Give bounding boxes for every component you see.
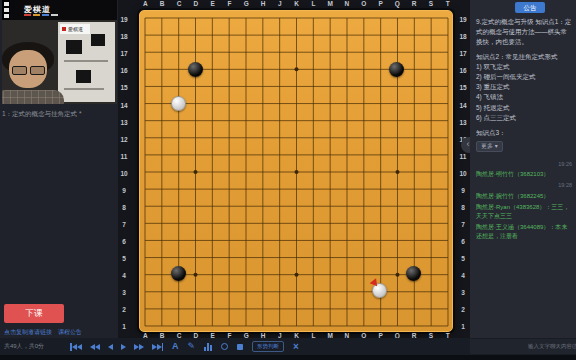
last-move-marker <box>370 279 381 289</box>
share-links-row: 点击复制邀请链接 课程公告 <box>4 328 82 337</box>
coord-label: 9 <box>455 182 471 199</box>
webcam-frame: 爱棋道 <box>2 20 117 104</box>
background-poster <box>58 22 115 102</box>
board-coords-numbers-right: 19181716151413121110987654321 <box>455 12 471 336</box>
poster-line <box>64 88 104 90</box>
chat-message: 陶然居·Ryan（4383628）：三三，天天下点三三 <box>476 203 572 221</box>
coord-label: E <box>204 1 221 9</box>
coord-label: 2 <box>116 302 132 319</box>
position-judgment-button[interactable]: 形势判断 <box>252 341 284 352</box>
teacher-webcam-video: 爱棋道 爱棋道 <box>2 0 117 104</box>
coord-label: R <box>406 1 423 9</box>
move-navigation-cluster <box>70 341 163 352</box>
coord-label: 2 <box>455 302 471 319</box>
end-class-button[interactable]: 下课 <box>4 304 64 323</box>
coord-label: H <box>255 1 272 9</box>
white-stone-C14 <box>171 96 186 111</box>
black-stone-C4 <box>171 266 186 281</box>
fast-forward-button[interactable] <box>134 344 144 350</box>
annotation-tools-cluster: A ✎ 形势判断 × <box>172 340 299 353</box>
brand-logo-bar: 爱棋道 <box>2 0 117 20</box>
attendee-stats: 共49人，共0分 <box>4 342 44 351</box>
knowledge-point-2-header: 知识点2：常见挂角定式形式 <box>476 52 572 62</box>
coord-label: A <box>137 1 154 9</box>
black-stone-R4 <box>406 266 421 281</box>
watermark-logo-icon <box>62 27 66 31</box>
white-stone-P3 <box>372 283 387 298</box>
square-marker-tool-icon[interactable] <box>237 344 243 350</box>
chat-message-list[interactable]: 19:26陶然居·明竹竹（3682103）19:28陶然居·婉竹竹（368224… <box>476 158 572 243</box>
coord-label: 12 <box>116 131 132 148</box>
prev-move-button[interactable] <box>108 344 113 350</box>
coord-label: J <box>271 1 288 9</box>
coord-label: 6 <box>455 234 471 251</box>
coord-label: 3 <box>116 285 132 302</box>
coord-label: 16 <box>116 63 132 80</box>
knowledge-point-3-header: 知识点3： <box>476 128 572 138</box>
coord-label: 16 <box>455 63 471 80</box>
coord-label: 19 <box>455 12 471 29</box>
chat-message: 陶然居·婉竹竹（3682245） <box>476 192 572 201</box>
coord-label: Q <box>389 1 406 9</box>
brand-logo-text: 爱棋道 <box>24 6 51 14</box>
coord-label: 3 <box>455 285 471 302</box>
poster-diagram <box>66 40 82 54</box>
coord-label: 7 <box>116 217 132 234</box>
black-stone-D16 <box>188 62 203 77</box>
coord-label: 5 <box>116 251 132 268</box>
coord-label: N <box>339 1 356 9</box>
class-notes: 9.定式的概念与升级 知识点1：定式的概念与使用方法——棋头常换快，内也要活。 … <box>476 17 572 152</box>
joseki-list-item: 4) 飞镇法 <box>476 92 572 102</box>
coord-label: 1 <box>116 319 132 336</box>
coord-label: 17 <box>455 46 471 63</box>
chat-input-placeholder: 输入文字聊天内容(按Enter发送) <box>528 343 576 350</box>
coord-label: 5 <box>455 251 471 268</box>
swap-tool-icon[interactable]: × <box>293 342 299 352</box>
coord-label: C <box>171 1 188 9</box>
poster-line <box>64 60 108 62</box>
coord-label: 1 <box>455 319 471 336</box>
coord-label: 9 <box>116 182 132 199</box>
coord-label: S <box>423 1 440 9</box>
coord-label: 19 <box>116 12 132 29</box>
logo-tagline-marks <box>24 14 58 16</box>
chat-input[interactable]: 输入文字聊天内容(按Enter发送) <box>470 339 576 354</box>
coord-label: 18 <box>455 29 471 46</box>
next-move-button[interactable] <box>121 344 126 350</box>
lesson-title: 1：定式的概念与挂角定式 * <box>2 110 116 119</box>
coord-label: O <box>355 1 372 9</box>
circle-marker-tool-icon[interactable] <box>221 343 228 350</box>
logo-rail-icon <box>2 0 10 20</box>
coord-label: 10 <box>455 165 471 182</box>
coord-label: 17 <box>116 46 132 63</box>
coord-label: 13 <box>116 114 132 131</box>
coord-label: 8 <box>116 200 132 217</box>
coord-label: 4 <box>455 268 471 285</box>
chat-timestamp: 19:28 <box>476 181 572 189</box>
board-coords-letters-top: ABCDEFGHJKLMNOPQRST <box>137 1 456 9</box>
class-notes-chat-panel: 公告 9.定式的概念与升级 知识点1：定式的概念与使用方法——棋头常换快，内也要… <box>470 0 576 338</box>
coord-label: B <box>154 1 171 9</box>
pen-tool-icon[interactable]: ✎ <box>188 342 196 351</box>
joseki-list-item: 1) 双飞定式 <box>476 62 572 72</box>
chat-message: 陶然居·王义涵（3644089）：本来还想是，注册看 <box>476 223 572 241</box>
chat-message: 陶然居·明竹竹（3682103） <box>476 170 572 179</box>
coord-label: G <box>238 1 255 9</box>
coord-label: L <box>305 1 322 9</box>
coord-label: 10 <box>116 165 132 182</box>
copy-invite-link[interactable]: 点击复制邀请链接 <box>4 328 52 337</box>
coord-label: 15 <box>116 80 132 97</box>
coord-label: 4 <box>116 268 132 285</box>
joseki-list-item: 3) 重压定式 <box>476 82 572 92</box>
person-shirt <box>2 90 64 104</box>
coord-label: 7 <box>455 217 471 234</box>
coord-label: 15 <box>455 80 471 97</box>
first-move-button[interactable] <box>70 343 82 351</box>
black-stone-Q16 <box>389 62 404 77</box>
coord-label: F <box>221 1 238 9</box>
coord-label: 11 <box>116 148 132 165</box>
joseki-list-item: 2) 碰后一间低夹定式 <box>476 72 572 82</box>
left-sidebar: 爱棋道 爱棋道 1：定式的概念与挂角定式 * 下课 点击复制邀请链接 课程公告 <box>0 0 118 338</box>
coord-label: 18 <box>116 29 132 46</box>
video-watermark: 爱棋道 <box>60 24 90 34</box>
coord-label: K <box>288 1 305 9</box>
coord-label: 14 <box>455 97 471 114</box>
coord-label: 8 <box>455 200 471 217</box>
poster-diagram <box>76 70 91 83</box>
joseki-list-item: 5) 托退定式 <box>476 103 572 113</box>
chat-timestamp: 19:26 <box>476 160 572 168</box>
poster-diagram <box>91 34 105 46</box>
more-button[interactable]: 更多 ▾ <box>476 141 503 152</box>
course-notice-link[interactable]: 课程公告 <box>58 328 82 337</box>
last-move-button[interactable] <box>152 343 164 351</box>
coord-label: D <box>187 1 204 9</box>
board-coords-numbers-left: 19181716151413121110987654321 <box>116 12 132 336</box>
text-label-tool-icon[interactable]: A <box>172 342 179 351</box>
coord-label: 6 <box>116 234 132 251</box>
fast-back-button[interactable] <box>90 344 100 350</box>
coord-label: T <box>439 1 456 9</box>
panel-tab-notice[interactable]: 公告 <box>515 2 545 13</box>
coord-label: P <box>372 1 389 9</box>
coord-label: 13 <box>455 114 471 131</box>
bottom-edge-strip <box>0 355 576 360</box>
coord-label: M <box>322 1 339 9</box>
joseki-list-item: 6) 点三三定式 <box>476 113 572 123</box>
joseki-list: 1) 双飞定式2) 碰后一间低夹定式3) 重压定式4) 飞镇法5) 托退定式6)… <box>476 62 572 122</box>
analysis-chart-icon[interactable] <box>204 343 212 351</box>
coord-label: 14 <box>116 97 132 114</box>
notes-paragraph: 9.定式的概念与升级 知识点1：定式的概念与使用方法——棋头常换快，内也要活。 <box>476 17 572 47</box>
board-stones-layer <box>145 18 448 326</box>
person-glasses <box>12 66 45 76</box>
